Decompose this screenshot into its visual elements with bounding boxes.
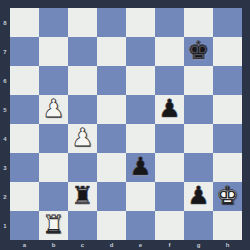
square-b4[interactable]	[39, 124, 68, 153]
rank-labels: 87654321	[0, 8, 10, 240]
square-g2[interactable]: ♟	[184, 182, 213, 211]
file-label-e: e	[126, 240, 155, 250]
square-e5[interactable]	[126, 95, 155, 124]
square-c7[interactable]	[68, 37, 97, 66]
rank-label-4: 4	[0, 124, 10, 153]
square-g6[interactable]	[184, 66, 213, 95]
chess-board-frame: 87654321 ♚♟♟♟♟♜♟♚♜ abcdefgh	[0, 0, 250, 250]
square-e2[interactable]	[126, 182, 155, 211]
square-h5[interactable]	[213, 95, 242, 124]
square-f7[interactable]	[155, 37, 184, 66]
square-g3[interactable]	[184, 153, 213, 182]
square-g5[interactable]	[184, 95, 213, 124]
file-label-h: h	[213, 240, 242, 250]
square-c5[interactable]	[68, 95, 97, 124]
square-e7[interactable]	[126, 37, 155, 66]
square-a6[interactable]	[10, 66, 39, 95]
file-label-g: g	[184, 240, 213, 250]
square-c4[interactable]: ♟	[68, 124, 97, 153]
file-label-d: d	[97, 240, 126, 250]
square-f2[interactable]	[155, 182, 184, 211]
square-f4[interactable]	[155, 124, 184, 153]
chess-board: ♚♟♟♟♟♜♟♚♜	[10, 8, 242, 240]
square-c8[interactable]	[68, 8, 97, 37]
piece-black-pawn[interactable]: ♟	[129, 154, 151, 179]
piece-black-king[interactable]: ♚	[187, 38, 209, 63]
piece-white-pawn[interactable]: ♟	[71, 125, 93, 150]
square-f8[interactable]	[155, 8, 184, 37]
square-f3[interactable]	[155, 153, 184, 182]
square-h2[interactable]: ♚	[213, 182, 242, 211]
square-a7[interactable]	[10, 37, 39, 66]
rank-label-8: 8	[0, 8, 10, 37]
square-a4[interactable]	[10, 124, 39, 153]
square-g8[interactable]	[184, 8, 213, 37]
square-c6[interactable]	[68, 66, 97, 95]
square-b2[interactable]	[39, 182, 68, 211]
square-h1[interactable]	[213, 211, 242, 240]
file-label-b: b	[39, 240, 68, 250]
square-e4[interactable]	[126, 124, 155, 153]
square-f6[interactable]	[155, 66, 184, 95]
square-c2[interactable]: ♜	[68, 182, 97, 211]
piece-black-rook[interactable]: ♜	[71, 183, 93, 208]
square-b6[interactable]	[39, 66, 68, 95]
square-g4[interactable]	[184, 124, 213, 153]
square-d1[interactable]	[97, 211, 126, 240]
piece-white-rook[interactable]: ♜	[42, 212, 64, 237]
file-label-f: f	[155, 240, 184, 250]
square-f5[interactable]: ♟	[155, 95, 184, 124]
square-e8[interactable]	[126, 8, 155, 37]
square-d5[interactable]	[97, 95, 126, 124]
square-b1[interactable]: ♜	[39, 211, 68, 240]
file-labels: abcdefgh	[10, 240, 242, 250]
square-b5[interactable]: ♟	[39, 95, 68, 124]
square-a8[interactable]	[10, 8, 39, 37]
square-c3[interactable]	[68, 153, 97, 182]
piece-white-king[interactable]: ♚	[216, 183, 238, 208]
square-h6[interactable]	[213, 66, 242, 95]
square-c1[interactable]	[68, 211, 97, 240]
square-e3[interactable]: ♟	[126, 153, 155, 182]
square-a3[interactable]	[10, 153, 39, 182]
square-a2[interactable]	[10, 182, 39, 211]
square-g7[interactable]: ♚	[184, 37, 213, 66]
square-b3[interactable]	[39, 153, 68, 182]
square-h4[interactable]	[213, 124, 242, 153]
piece-white-pawn[interactable]: ♟	[42, 96, 64, 121]
square-h3[interactable]	[213, 153, 242, 182]
square-b7[interactable]	[39, 37, 68, 66]
square-a5[interactable]	[10, 95, 39, 124]
square-d4[interactable]	[97, 124, 126, 153]
square-d8[interactable]	[97, 8, 126, 37]
rank-label-2: 2	[0, 182, 10, 211]
rank-label-1: 1	[0, 211, 10, 240]
square-d3[interactable]	[97, 153, 126, 182]
rank-label-7: 7	[0, 37, 10, 66]
rank-label-6: 6	[0, 66, 10, 95]
square-h8[interactable]	[213, 8, 242, 37]
piece-black-pawn[interactable]: ♟	[158, 96, 180, 121]
square-f1[interactable]	[155, 211, 184, 240]
square-a1[interactable]	[10, 211, 39, 240]
file-label-a: a	[10, 240, 39, 250]
piece-black-pawn[interactable]: ♟	[187, 183, 209, 208]
square-e1[interactable]	[126, 211, 155, 240]
rank-label-5: 5	[0, 95, 10, 124]
square-b8[interactable]	[39, 8, 68, 37]
square-d7[interactable]	[97, 37, 126, 66]
file-label-c: c	[68, 240, 97, 250]
rank-label-3: 3	[0, 153, 10, 182]
square-e6[interactable]	[126, 66, 155, 95]
square-h7[interactable]	[213, 37, 242, 66]
square-d6[interactable]	[97, 66, 126, 95]
square-g1[interactable]	[184, 211, 213, 240]
square-d2[interactable]	[97, 182, 126, 211]
